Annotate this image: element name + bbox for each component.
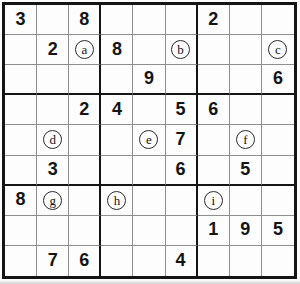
cell-r5c2[interactable]: d bbox=[37, 125, 69, 155]
cell-r1c3[interactable]: 8 bbox=[69, 5, 101, 35]
cell-r6c5[interactable] bbox=[133, 156, 165, 186]
cell-r2c6[interactable]: b bbox=[166, 35, 198, 65]
cell-r6c7[interactable] bbox=[198, 156, 230, 186]
cell-r8c6[interactable] bbox=[166, 216, 198, 246]
given-digit: 8 bbox=[112, 40, 122, 58]
given-digit: 9 bbox=[144, 69, 154, 87]
cell-r2c9[interactable]: c bbox=[262, 35, 294, 65]
cell-r2c7[interactable] bbox=[198, 35, 230, 65]
given-digit: 7 bbox=[48, 251, 58, 269]
given-digit: 9 bbox=[240, 220, 250, 238]
answer-circle: e bbox=[139, 130, 158, 149]
cell-r8c9[interactable]: 5 bbox=[262, 216, 294, 246]
cell-r6c2[interactable]: 3 bbox=[37, 156, 69, 186]
scan-bottom-shadow bbox=[0, 280, 300, 284]
cell-r8c1[interactable] bbox=[5, 216, 37, 246]
cell-r6c6[interactable]: 6 bbox=[166, 156, 198, 186]
answer-circle: d bbox=[43, 130, 62, 149]
cell-r9c5[interactable] bbox=[133, 246, 165, 276]
given-digit: 6 bbox=[79, 251, 89, 269]
cell-r5c3[interactable] bbox=[69, 125, 101, 155]
cell-r5c4[interactable] bbox=[101, 125, 133, 155]
cell-r2c5[interactable] bbox=[133, 35, 165, 65]
cell-r3c3[interactable] bbox=[69, 65, 101, 95]
given-digit: 2 bbox=[208, 10, 218, 28]
cell-r4c8[interactable] bbox=[230, 95, 262, 125]
given-digit: 8 bbox=[79, 10, 89, 28]
cell-r5c7[interactable] bbox=[198, 125, 230, 155]
cell-r2c1[interactable] bbox=[5, 35, 37, 65]
given-digit: 4 bbox=[112, 100, 122, 118]
cell-r9c3[interactable]: 6 bbox=[69, 246, 101, 276]
answer-circle: c bbox=[268, 40, 287, 59]
cell-r3c6[interactable] bbox=[166, 65, 198, 95]
answer-letter-g: g bbox=[49, 193, 56, 206]
answer-circle: h bbox=[107, 191, 126, 210]
cell-r7c5[interactable] bbox=[133, 186, 165, 216]
cell-r8c3[interactable] bbox=[69, 216, 101, 246]
cell-r5c6[interactable]: 7 bbox=[166, 125, 198, 155]
cell-r8c7[interactable]: 1 bbox=[198, 216, 230, 246]
cell-r8c5[interactable] bbox=[133, 216, 165, 246]
cell-r5c9[interactable] bbox=[262, 125, 294, 155]
cell-r4c7[interactable]: 6 bbox=[198, 95, 230, 125]
given-digit: 3 bbox=[48, 160, 58, 178]
given-digit: 7 bbox=[176, 130, 186, 148]
cell-r9c4[interactable] bbox=[101, 246, 133, 276]
cell-r9c2[interactable]: 7 bbox=[37, 246, 69, 276]
given-digit: 6 bbox=[208, 100, 218, 118]
cell-r6c8[interactable]: 5 bbox=[230, 156, 262, 186]
cell-r6c4[interactable] bbox=[101, 156, 133, 186]
cell-r9c6[interactable]: 4 bbox=[166, 246, 198, 276]
given-digit: 6 bbox=[273, 69, 283, 87]
cell-r3c2[interactable] bbox=[37, 65, 69, 95]
answer-circle: g bbox=[43, 191, 62, 210]
cell-r2c2[interactable]: 2 bbox=[37, 35, 69, 65]
cell-r6c3[interactable] bbox=[69, 156, 101, 186]
cell-r3c5[interactable]: 9 bbox=[133, 65, 165, 95]
given-digit: 5 bbox=[273, 220, 283, 238]
cell-r1c7[interactable]: 2 bbox=[198, 5, 230, 35]
cell-r3c7[interactable] bbox=[198, 65, 230, 95]
cell-r3c8[interactable] bbox=[230, 65, 262, 95]
cell-r3c9[interactable]: 6 bbox=[262, 65, 294, 95]
cell-r2c8[interactable] bbox=[230, 35, 262, 65]
cell-r1c4[interactable] bbox=[101, 5, 133, 35]
sudoku-puzzle-scan: 3822a8bc962456de7f3658ghi195764 bbox=[0, 0, 300, 284]
cell-r4c3[interactable]: 2 bbox=[69, 95, 101, 125]
given-digit: 1 bbox=[208, 220, 218, 238]
cell-r4c4[interactable]: 4 bbox=[101, 95, 133, 125]
cell-r1c6[interactable] bbox=[166, 5, 198, 35]
cell-r4c2[interactable] bbox=[37, 95, 69, 125]
answer-letter-h: h bbox=[114, 193, 121, 206]
cell-r4c5[interactable] bbox=[133, 95, 165, 125]
cell-r1c5[interactable] bbox=[133, 5, 165, 35]
given-digit: 4 bbox=[176, 251, 186, 269]
cell-r5c5[interactable]: e bbox=[133, 125, 165, 155]
answer-letter-i: i bbox=[211, 193, 215, 206]
cell-r7c8[interactable] bbox=[230, 186, 262, 216]
given-digit: 3 bbox=[16, 10, 26, 28]
answer-letter-d: d bbox=[49, 133, 56, 146]
given-digit: 6 bbox=[176, 160, 186, 178]
cell-r1c8[interactable] bbox=[230, 5, 262, 35]
cell-r8c4[interactable] bbox=[101, 216, 133, 246]
given-digit: 2 bbox=[48, 40, 58, 58]
cell-r9c8[interactable] bbox=[230, 246, 262, 276]
answer-letter-a: a bbox=[81, 43, 87, 56]
cell-r1c1[interactable]: 3 bbox=[5, 5, 37, 35]
cell-r7c9[interactable] bbox=[262, 186, 294, 216]
given-digit: 8 bbox=[16, 190, 26, 208]
cell-r6c1[interactable] bbox=[5, 156, 37, 186]
cell-r1c9[interactable] bbox=[262, 5, 294, 35]
cell-r4c1[interactable] bbox=[5, 95, 37, 125]
cell-r9c1[interactable] bbox=[5, 246, 37, 276]
cell-r7c3[interactable] bbox=[69, 186, 101, 216]
answer-circle: f bbox=[236, 130, 255, 149]
cell-r9c9[interactable] bbox=[262, 246, 294, 276]
cell-r9c7[interactable] bbox=[198, 246, 230, 276]
cell-r8c2[interactable] bbox=[37, 216, 69, 246]
answer-circle: i bbox=[204, 191, 223, 210]
answer-letter-e: e bbox=[146, 133, 152, 146]
given-digit: 5 bbox=[176, 100, 186, 118]
answer-circle: a bbox=[75, 40, 94, 59]
cell-r7c2[interactable]: g bbox=[37, 186, 69, 216]
cell-r7c4[interactable]: h bbox=[101, 186, 133, 216]
cell-r2c4[interactable]: 8 bbox=[101, 35, 133, 65]
given-digit: 2 bbox=[79, 100, 89, 118]
cell-r4c6[interactable]: 5 bbox=[166, 95, 198, 125]
cell-r7c7[interactable]: i bbox=[198, 186, 230, 216]
answer-letter-f: f bbox=[243, 133, 247, 146]
cell-r2c3[interactable]: a bbox=[69, 35, 101, 65]
cell-r3c1[interactable] bbox=[5, 65, 37, 95]
answer-letter-c: c bbox=[275, 43, 281, 56]
answer-letter-b: b bbox=[177, 43, 184, 56]
cell-r8c8[interactable]: 9 bbox=[230, 216, 262, 246]
answer-circle: b bbox=[171, 40, 190, 59]
cell-r4c9[interactable] bbox=[262, 95, 294, 125]
cell-r7c6[interactable] bbox=[166, 186, 198, 216]
given-digit: 5 bbox=[240, 160, 250, 178]
cell-r1c2[interactable] bbox=[37, 5, 69, 35]
cell-r7c1[interactable]: 8 bbox=[5, 186, 37, 216]
cell-r6c9[interactable] bbox=[262, 156, 294, 186]
cell-r3c4[interactable] bbox=[101, 65, 133, 95]
cell-r5c1[interactable] bbox=[5, 125, 37, 155]
sudoku-board: 3822a8bc962456de7f3658ghi195764 bbox=[2, 2, 297, 279]
cell-r5c8[interactable]: f bbox=[230, 125, 262, 155]
